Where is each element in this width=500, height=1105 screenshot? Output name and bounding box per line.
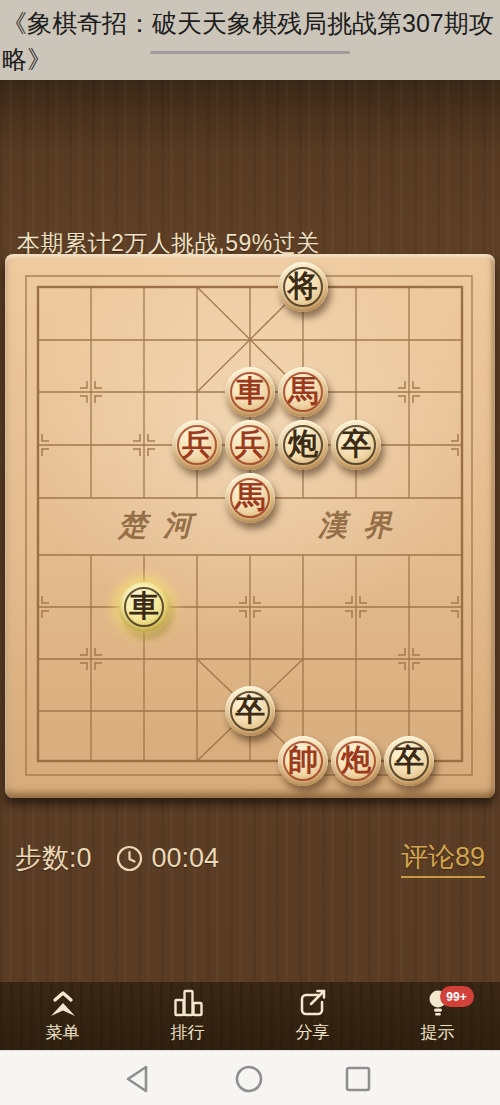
game-info-row: 步数:0 00:04 评论89 xyxy=(0,836,500,880)
nav-label-hint: 提示 xyxy=(421,1021,455,1044)
piece-character: 帥 xyxy=(288,740,318,781)
xiangqi-board[interactable]: 楚河 漢界 将車馬兵兵炮卒馬車卒帥炮卒 xyxy=(5,254,495,798)
nav-item-hint[interactable]: 99+ 提示 xyxy=(375,982,500,1050)
piece-卒-black[interactable]: 卒 xyxy=(331,420,381,470)
river-text-left: 楚河 xyxy=(100,502,210,548)
ranking-icon xyxy=(171,988,205,1018)
piece-character: 車 xyxy=(235,371,265,412)
bottom-nav-bar: 菜单 排行 分享 xyxy=(0,982,500,1050)
piece-character: 卒 xyxy=(341,424,371,465)
piece-卒-black[interactable]: 卒 xyxy=(384,736,434,786)
piece-卒-black[interactable]: 卒 xyxy=(225,686,275,736)
article-title-bar: 《象棋奇招：破天天象棋残局挑战第307期攻 略》 xyxy=(0,0,500,80)
android-nav-bar xyxy=(0,1050,500,1105)
title-divider xyxy=(150,51,350,54)
piece-character: 馬 xyxy=(235,477,265,518)
page-title-line1: 《象棋奇招：破天天象棋残局挑战第307期攻 xyxy=(2,6,494,40)
timer-value: 00:04 xyxy=(152,843,220,874)
piece-炮-black[interactable]: 炮 xyxy=(278,420,328,470)
nav-label-menu: 菜单 xyxy=(46,1021,80,1044)
nav-item-menu[interactable]: 菜单 xyxy=(0,982,125,1050)
piece-character: 馬 xyxy=(288,371,318,412)
piece-character: 車 xyxy=(129,586,159,627)
page-title-line2: 略》 xyxy=(2,42,52,76)
piece-character: 将 xyxy=(288,266,318,307)
android-recents-icon[interactable] xyxy=(341,1062,375,1096)
piece-馬-red[interactable]: 馬 xyxy=(225,473,275,523)
piece-character: 卒 xyxy=(394,740,424,781)
piece-character: 炮 xyxy=(288,424,318,465)
piece-兵-red[interactable]: 兵 xyxy=(225,420,275,470)
nav-item-share[interactable]: 分享 xyxy=(250,982,375,1050)
hint-badge: 99+ xyxy=(440,986,474,1007)
piece-兵-red[interactable]: 兵 xyxy=(172,420,222,470)
hint-bulb-icon: 99+ xyxy=(421,988,455,1018)
piece-将-black[interactable]: 将 xyxy=(278,262,328,312)
nav-label-ranking: 排行 xyxy=(171,1021,205,1044)
piece-character: 兵 xyxy=(235,424,265,465)
piece-車-red[interactable]: 車 xyxy=(225,367,275,417)
share-icon xyxy=(296,988,330,1018)
nav-label-share: 分享 xyxy=(296,1021,330,1044)
comments-link[interactable]: 评论89 xyxy=(401,839,485,878)
river-text-right: 漢界 xyxy=(300,502,410,548)
piece-character: 兵 xyxy=(182,424,212,465)
android-back-icon[interactable] xyxy=(122,1062,156,1096)
piece-馬-red[interactable]: 馬 xyxy=(278,367,328,417)
app-screen: 《象棋奇招：破天天象棋残局挑战第307期攻 略》 本期累计2万人挑战,59%过关… xyxy=(0,0,500,1105)
piece-帥-red[interactable]: 帥 xyxy=(278,736,328,786)
nav-item-ranking[interactable]: 排行 xyxy=(125,982,250,1050)
piece-character: 卒 xyxy=(235,690,265,731)
clock-icon xyxy=(116,845,143,872)
menu-up-icon xyxy=(46,988,80,1018)
android-home-icon[interactable] xyxy=(232,1062,266,1096)
piece-車-black[interactable]: 車 xyxy=(119,582,169,632)
piece-炮-red[interactable]: 炮 xyxy=(331,736,381,786)
step-counter: 步数:0 xyxy=(15,840,92,876)
piece-character: 炮 xyxy=(341,740,371,781)
